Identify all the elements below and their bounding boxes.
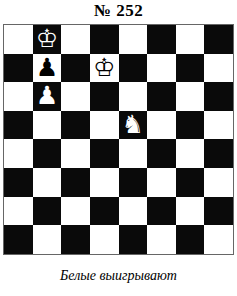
square-c1 — [61, 225, 90, 254]
white-knight: ♞ — [122, 111, 144, 140]
square-a3 — [4, 168, 33, 197]
square-e8 — [119, 25, 148, 54]
square-h1 — [204, 225, 233, 254]
square-g3 — [176, 168, 205, 197]
square-g5 — [176, 111, 205, 140]
square-h7 — [204, 54, 233, 83]
square-b7: ♟ — [33, 54, 62, 83]
square-c2 — [61, 197, 90, 226]
square-e4 — [119, 139, 148, 168]
square-a1 — [4, 225, 33, 254]
square-e7 — [119, 54, 148, 83]
square-c8 — [61, 25, 90, 54]
square-d1 — [90, 225, 119, 254]
square-b2 — [33, 197, 62, 226]
puzzle-number: № 252 — [94, 0, 143, 22]
square-e1 — [119, 225, 148, 254]
square-c6 — [61, 82, 90, 111]
square-e3 — [119, 168, 148, 197]
square-b3 — [33, 168, 62, 197]
square-c7 — [61, 54, 90, 83]
square-a5 — [4, 111, 33, 140]
white-pawn: ♟ — [36, 82, 58, 111]
square-c3 — [61, 168, 90, 197]
square-c4 — [61, 139, 90, 168]
square-b6: ♟ — [33, 82, 62, 111]
square-d4 — [90, 139, 119, 168]
black-king: ♔ — [36, 25, 58, 54]
square-a7 — [4, 54, 33, 83]
square-b5 — [33, 111, 62, 140]
square-d2 — [90, 197, 119, 226]
square-b8: ♔ — [33, 25, 62, 54]
square-f7 — [147, 54, 176, 83]
white-king: ♔ — [93, 54, 115, 83]
square-h4 — [204, 139, 233, 168]
square-f1 — [147, 225, 176, 254]
square-d8 — [90, 25, 119, 54]
square-e6 — [119, 82, 148, 111]
square-e5: ♞ — [119, 111, 148, 140]
square-d3 — [90, 168, 119, 197]
puzzle-page: № 252 ♔♟♔♟♞ Белые выигрывают — [0, 0, 237, 296]
square-f3 — [147, 168, 176, 197]
square-b4 — [33, 139, 62, 168]
square-f2 — [147, 197, 176, 226]
square-h6 — [204, 82, 233, 111]
square-g7 — [176, 54, 205, 83]
square-h3 — [204, 168, 233, 197]
square-f4 — [147, 139, 176, 168]
square-h8 — [204, 25, 233, 54]
square-f6 — [147, 82, 176, 111]
square-e2 — [119, 197, 148, 226]
square-h5 — [204, 111, 233, 140]
square-a2 — [4, 197, 33, 226]
square-g8 — [176, 25, 205, 54]
square-g4 — [176, 139, 205, 168]
square-d7: ♔ — [90, 54, 119, 83]
square-g1 — [176, 225, 205, 254]
black-pawn: ♟ — [36, 54, 58, 83]
square-d5 — [90, 111, 119, 140]
square-g6 — [176, 82, 205, 111]
square-f8 — [147, 25, 176, 54]
square-a4 — [4, 139, 33, 168]
square-g2 — [176, 197, 205, 226]
square-f5 — [147, 111, 176, 140]
square-b1 — [33, 225, 62, 254]
puzzle-caption: Белые выигрывают — [60, 268, 177, 284]
square-h2 — [204, 197, 233, 226]
square-a6 — [4, 82, 33, 111]
square-a8 — [4, 25, 33, 54]
chess-board: ♔♟♔♟♞ — [3, 24, 234, 255]
square-c5 — [61, 111, 90, 140]
square-d6 — [90, 82, 119, 111]
